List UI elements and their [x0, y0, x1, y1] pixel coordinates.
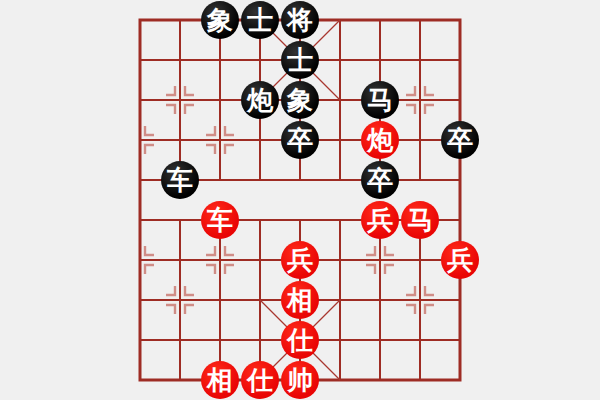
piece-red-pawn[interactable]: 兵: [361, 201, 399, 239]
piece-red-elephant[interactable]: 相: [281, 281, 319, 319]
piece-red-chariot[interactable]: 车: [201, 201, 239, 239]
piece-red-advisor[interactable]: 仕: [281, 321, 319, 359]
piece-black-elephant[interactable]: 象: [201, 1, 239, 39]
piece-red-general[interactable]: 帅: [281, 361, 319, 399]
piece-red-advisor[interactable]: 仕: [241, 361, 279, 399]
piece-black-chariot[interactable]: 车: [161, 161, 199, 199]
piece-black-horse[interactable]: 马: [361, 81, 399, 119]
piece-black-elephant[interactable]: 象: [281, 81, 319, 119]
piece-red-elephant[interactable]: 相: [201, 361, 239, 399]
piece-black-pawn[interactable]: 卒: [281, 121, 319, 159]
piece-black-cannon[interactable]: 炮: [241, 81, 279, 119]
piece-black-advisor[interactable]: 士: [241, 1, 279, 39]
piece-red-pawn[interactable]: 兵: [281, 241, 319, 279]
piece-black-general[interactable]: 将: [281, 1, 319, 39]
board-grid[interactable]: 象士将士炮象马卒炮卒车卒车兵马兵兵相仕相仕帅: [120, 0, 480, 400]
piece-red-cannon[interactable]: 炮: [361, 121, 399, 159]
piece-red-horse[interactable]: 马: [401, 201, 439, 239]
piece-black-advisor[interactable]: 士: [281, 41, 319, 79]
piece-red-pawn[interactable]: 兵: [441, 241, 479, 279]
piece-black-pawn[interactable]: 卒: [361, 161, 399, 199]
xiangqi-board: 象士将士炮象马卒炮卒车卒车兵马兵兵相仕相仕帅: [0, 0, 600, 400]
piece-black-pawn[interactable]: 卒: [441, 121, 479, 159]
